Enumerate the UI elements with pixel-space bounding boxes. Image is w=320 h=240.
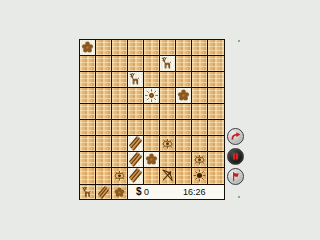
board-cell[interactable] <box>128 88 144 104</box>
board-cell[interactable] <box>128 56 144 72</box>
board-cell[interactable] <box>112 40 128 56</box>
board-cell[interactable] <box>80 120 96 136</box>
board-cell[interactable] <box>112 72 128 88</box>
board-cell[interactable] <box>160 136 176 152</box>
flag-button[interactable] <box>227 168 244 185</box>
board-cell[interactable] <box>128 136 144 152</box>
tracks-icon <box>128 152 143 167</box>
board-cell[interactable] <box>192 152 208 168</box>
board-cell[interactable] <box>144 152 160 168</box>
board-cell[interactable] <box>144 72 160 88</box>
board-cell[interactable] <box>96 72 112 88</box>
board-cell[interactable] <box>128 40 144 56</box>
board-cell[interactable] <box>192 120 208 136</box>
bow-icon <box>160 168 175 183</box>
board-cell[interactable] <box>208 104 224 120</box>
board-cell[interactable] <box>128 168 144 184</box>
board-cell[interactable] <box>192 56 208 72</box>
board-cell[interactable] <box>112 168 128 184</box>
board-cell[interactable] <box>192 168 208 184</box>
board-cell[interactable] <box>128 152 144 168</box>
board-cell[interactable] <box>176 104 192 120</box>
board-cell[interactable] <box>144 56 160 72</box>
board-cell[interactable] <box>208 72 224 88</box>
board-cell[interactable] <box>208 152 224 168</box>
board-cell[interactable] <box>144 136 160 152</box>
board-cell[interactable] <box>112 88 128 104</box>
board-cell[interactable] <box>208 120 224 136</box>
screen-artifact-dot <box>238 40 240 42</box>
deer-icon <box>128 72 143 87</box>
flower-icon <box>144 152 159 167</box>
board-cell[interactable] <box>144 104 160 120</box>
board-cell[interactable] <box>192 88 208 104</box>
board-cell[interactable] <box>192 136 208 152</box>
board-cell[interactable] <box>112 120 128 136</box>
board-cell[interactable] <box>112 152 128 168</box>
status-bar: $ 0 16:26 <box>79 185 225 200</box>
board-cell[interactable] <box>96 88 112 104</box>
board-cell[interactable] <box>176 88 192 104</box>
deer-icon <box>81 186 94 199</box>
board-cell[interactable] <box>80 152 96 168</box>
board-cell[interactable] <box>192 104 208 120</box>
undo-button[interactable] <box>227 128 244 145</box>
clock-display: 16:26 <box>183 187 206 197</box>
tray-tile-flower[interactable] <box>112 185 128 199</box>
board-cell[interactable] <box>128 120 144 136</box>
board-cell[interactable] <box>208 88 224 104</box>
board-cell[interactable] <box>96 40 112 56</box>
game-board <box>79 39 225 185</box>
board-cell[interactable] <box>176 152 192 168</box>
flower-icon <box>176 88 191 103</box>
red-pause-bars-icon <box>230 151 241 162</box>
board-cell[interactable] <box>96 120 112 136</box>
sun-dark-icon <box>192 168 207 183</box>
board-cell[interactable] <box>144 40 160 56</box>
board-cell[interactable] <box>176 168 192 184</box>
board-cell[interactable] <box>208 40 224 56</box>
board-cell[interactable] <box>144 168 160 184</box>
flower-icon <box>113 186 126 199</box>
eye-icon <box>112 168 127 183</box>
board-cell[interactable] <box>192 72 208 88</box>
board-cell[interactable] <box>192 40 208 56</box>
board-cell[interactable] <box>112 136 128 152</box>
eye-icon <box>160 136 175 151</box>
board-cell[interactable] <box>80 104 96 120</box>
board-cell[interactable] <box>96 136 112 152</box>
item-tray <box>80 185 128 199</box>
board-cell[interactable] <box>96 152 112 168</box>
flower-icon <box>80 40 95 55</box>
board-cell[interactable] <box>96 104 112 120</box>
board-cell[interactable] <box>176 136 192 152</box>
money-display: $ 0 <box>136 187 149 197</box>
board-cell[interactable] <box>176 40 192 56</box>
dollar-icon: $ <box>136 186 142 197</box>
tray-tile-tracks[interactable] <box>96 185 112 199</box>
board-cell[interactable] <box>208 136 224 152</box>
tray-tile-deer[interactable] <box>80 185 96 199</box>
board-cell[interactable] <box>160 88 176 104</box>
board-cell[interactable] <box>80 168 96 184</box>
board-cell[interactable] <box>112 56 128 72</box>
money-value: 0 <box>144 187 149 197</box>
board-cell[interactable] <box>144 88 160 104</box>
board-cell[interactable] <box>176 72 192 88</box>
board-cell[interactable] <box>176 120 192 136</box>
board-cell[interactable] <box>160 56 176 72</box>
board-cell[interactable] <box>208 168 224 184</box>
sun-icon <box>144 88 159 103</box>
board-cell[interactable] <box>160 40 176 56</box>
board-cell[interactable] <box>128 104 144 120</box>
board-cell[interactable] <box>80 40 96 56</box>
board-cell[interactable] <box>128 72 144 88</box>
pause-button[interactable] <box>227 148 244 165</box>
board-cell[interactable] <box>80 72 96 88</box>
board-cell[interactable] <box>80 56 96 72</box>
red-curved-arrow-icon <box>230 131 241 142</box>
board-cell[interactable] <box>160 72 176 88</box>
board-cell[interactable] <box>208 56 224 72</box>
board-cell[interactable] <box>160 120 176 136</box>
board-cell[interactable] <box>112 104 128 120</box>
eye-icon <box>192 152 207 167</box>
board-cell[interactable] <box>80 136 96 152</box>
board-cell[interactable] <box>96 56 112 72</box>
tracks-icon <box>97 186 110 199</box>
board-cell[interactable] <box>160 168 176 184</box>
tracks-icon <box>128 136 143 151</box>
board-cell[interactable] <box>96 168 112 184</box>
screen-artifact-dot <box>238 196 240 198</box>
board-cell[interactable] <box>144 120 160 136</box>
tracks-icon <box>128 168 143 183</box>
deer-icon <box>160 56 175 71</box>
red-flag-icon <box>230 171 241 182</box>
board-cell[interactable] <box>160 104 176 120</box>
board-cell[interactable] <box>176 56 192 72</box>
board-cell[interactable] <box>160 152 176 168</box>
board-cell[interactable] <box>80 88 96 104</box>
